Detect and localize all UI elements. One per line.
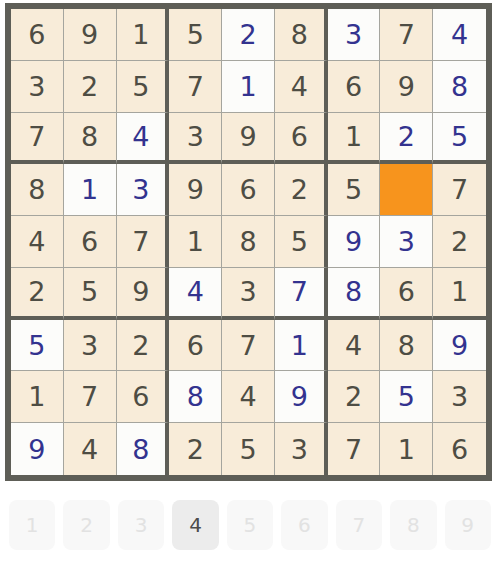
cell-r2c3[interactable]: 5 xyxy=(117,61,170,113)
cell-r1c8[interactable]: 7 xyxy=(380,9,433,61)
cell-r3c6[interactable]: 6 xyxy=(275,113,328,165)
cell-r8c6[interactable]: 9 xyxy=(275,371,328,423)
cell-r4c7[interactable]: 5 xyxy=(328,164,381,216)
cell-r6c9[interactable]: 1 xyxy=(433,268,486,320)
cell-r8c5[interactable]: 4 xyxy=(222,371,275,423)
numpad-button-3[interactable]: 3 xyxy=(118,500,164,550)
cell-r6c7[interactable]: 8 xyxy=(328,268,381,320)
cell-r9c7[interactable]: 7 xyxy=(328,423,381,475)
cell-r7c2[interactable]: 3 xyxy=(64,320,117,372)
cell-r9c8[interactable]: 1 xyxy=(380,423,433,475)
cell-r3c1[interactable]: 7 xyxy=(11,113,64,165)
cell-r7c6[interactable]: 1 xyxy=(275,320,328,372)
cell-r6c5[interactable]: 3 xyxy=(222,268,275,320)
cell-r5c2[interactable]: 6 xyxy=(64,216,117,268)
cell-r3c7[interactable]: 1 xyxy=(328,113,381,165)
cell-r2c1[interactable]: 3 xyxy=(11,61,64,113)
cell-r8c4[interactable]: 8 xyxy=(169,371,222,423)
cell-r5c3[interactable]: 7 xyxy=(117,216,170,268)
cell-r3c9[interactable]: 5 xyxy=(433,113,486,165)
cell-r5c6[interactable]: 5 xyxy=(275,216,328,268)
cell-r1c6[interactable]: 8 xyxy=(275,9,328,61)
cell-r7c4[interactable]: 6 xyxy=(169,320,222,372)
cell-r1c4[interactable]: 5 xyxy=(169,9,222,61)
cell-r1c1[interactable]: 6 xyxy=(11,9,64,61)
cell-r7c9[interactable]: 9 xyxy=(433,320,486,372)
cell-r5c7[interactable]: 9 xyxy=(328,216,381,268)
cell-r7c3[interactable]: 2 xyxy=(117,320,170,372)
cell-r2c2[interactable]: 2 xyxy=(64,61,117,113)
cell-r4c5[interactable]: 6 xyxy=(222,164,275,216)
numpad-button-9[interactable]: 9 xyxy=(445,500,491,550)
cell-r4c2[interactable]: 1 xyxy=(64,164,117,216)
numpad-button-6[interactable]: 6 xyxy=(281,500,327,550)
cell-r4c1[interactable]: 8 xyxy=(11,164,64,216)
cell-r6c8[interactable]: 6 xyxy=(380,268,433,320)
cell-r7c8[interactable]: 8 xyxy=(380,320,433,372)
cell-r2c8[interactable]: 9 xyxy=(380,61,433,113)
cell-r7c5[interactable]: 7 xyxy=(222,320,275,372)
cell-r9c5[interactable]: 5 xyxy=(222,423,275,475)
numpad-button-5[interactable]: 5 xyxy=(227,500,273,550)
numpad-button-4[interactable]: 4 xyxy=(172,500,218,550)
cell-r9c2[interactable]: 4 xyxy=(64,423,117,475)
sudoku-board: 6915283743257146987843961258139625746718… xyxy=(5,3,492,481)
cell-r5c8[interactable]: 3 xyxy=(380,216,433,268)
cell-r3c2[interactable]: 8 xyxy=(64,113,117,165)
cell-r7c1[interactable]: 5 xyxy=(11,320,64,372)
cell-r4c6[interactable]: 2 xyxy=(275,164,328,216)
numpad-button-2[interactable]: 2 xyxy=(63,500,109,550)
cell-r8c1[interactable]: 1 xyxy=(11,371,64,423)
cell-r1c5[interactable]: 2 xyxy=(222,9,275,61)
cell-r6c4[interactable]: 4 xyxy=(169,268,222,320)
cell-r2c4[interactable]: 7 xyxy=(169,61,222,113)
cell-r9c3[interactable]: 8 xyxy=(117,423,170,475)
cell-r4c8[interactable] xyxy=(380,164,433,216)
cell-r1c7[interactable]: 3 xyxy=(328,9,381,61)
cell-r3c8[interactable]: 2 xyxy=(380,113,433,165)
cell-r8c3[interactable]: 6 xyxy=(117,371,170,423)
cell-r3c3[interactable]: 4 xyxy=(117,113,170,165)
cell-r1c3[interactable]: 1 xyxy=(117,9,170,61)
cell-r5c5[interactable]: 8 xyxy=(222,216,275,268)
cell-r6c1[interactable]: 2 xyxy=(11,268,64,320)
cell-r8c7[interactable]: 2 xyxy=(328,371,381,423)
cell-r9c1[interactable]: 9 xyxy=(11,423,64,475)
cell-r5c4[interactable]: 1 xyxy=(169,216,222,268)
cell-r2c5[interactable]: 1 xyxy=(222,61,275,113)
cell-r6c6[interactable]: 7 xyxy=(275,268,328,320)
numpad-button-8[interactable]: 8 xyxy=(390,500,436,550)
cell-r8c2[interactable]: 7 xyxy=(64,371,117,423)
cell-r5c9[interactable]: 2 xyxy=(433,216,486,268)
cell-r3c5[interactable]: 9 xyxy=(222,113,275,165)
cell-r9c4[interactable]: 2 xyxy=(169,423,222,475)
cell-r7c7[interactable]: 4 xyxy=(328,320,381,372)
cell-r6c2[interactable]: 5 xyxy=(64,268,117,320)
number-pad: 123456789 xyxy=(9,500,491,550)
cell-r4c3[interactable]: 3 xyxy=(117,164,170,216)
cell-r4c4[interactable]: 9 xyxy=(169,164,222,216)
cell-r9c6[interactable]: 3 xyxy=(275,423,328,475)
cell-r2c7[interactable]: 6 xyxy=(328,61,381,113)
cell-r8c8[interactable]: 5 xyxy=(380,371,433,423)
numpad-button-7[interactable]: 7 xyxy=(336,500,382,550)
cell-r5c1[interactable]: 4 xyxy=(11,216,64,268)
cell-r1c9[interactable]: 4 xyxy=(433,9,486,61)
cell-r1c2[interactable]: 9 xyxy=(64,9,117,61)
cell-r2c6[interactable]: 4 xyxy=(275,61,328,113)
cell-r3c4[interactable]: 3 xyxy=(169,113,222,165)
cell-r9c9[interactable]: 6 xyxy=(433,423,486,475)
numpad-button-1[interactable]: 1 xyxy=(9,500,55,550)
cell-r2c9[interactable]: 8 xyxy=(433,61,486,113)
cell-r4c9[interactable]: 7 xyxy=(433,164,486,216)
cell-r8c9[interactable]: 3 xyxy=(433,371,486,423)
cell-r6c3[interactable]: 9 xyxy=(117,268,170,320)
